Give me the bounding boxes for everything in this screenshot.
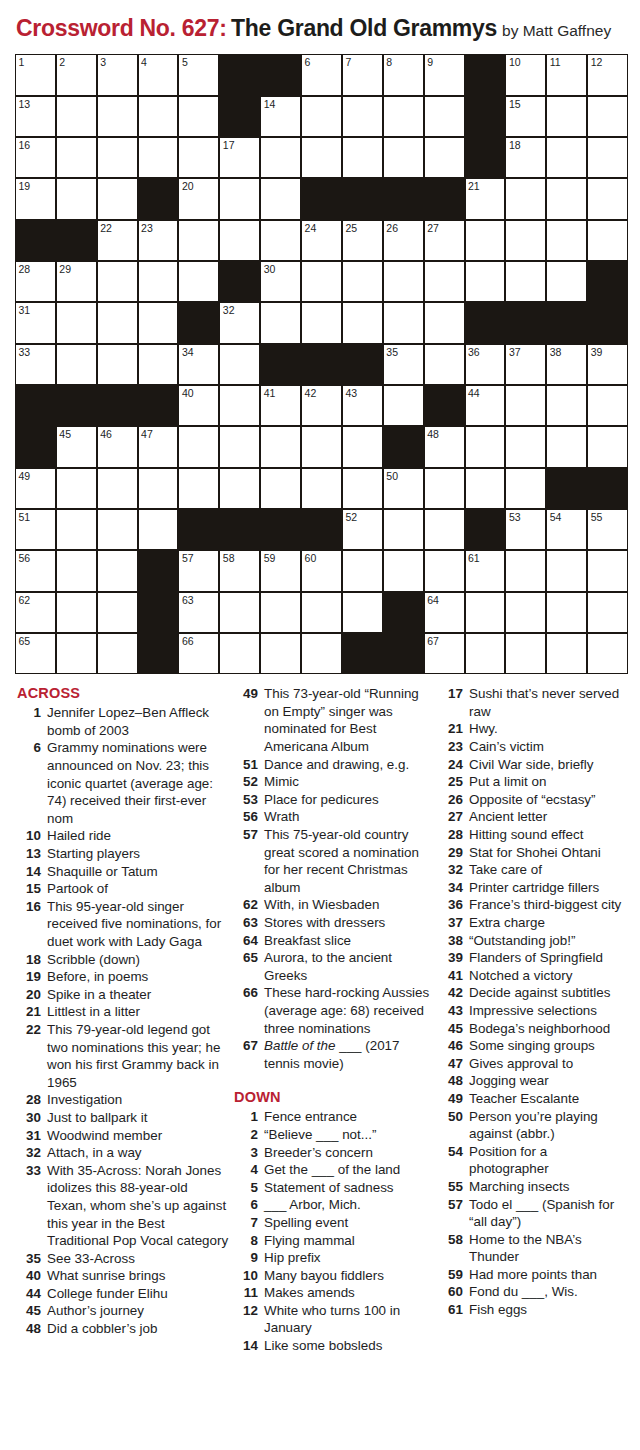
white-cell[interactable] <box>261 303 300 342</box>
clue-text: Take care of <box>469 861 628 879</box>
white-cell[interactable]: 49 <box>16 469 55 508</box>
cell-number: 37 <box>509 346 521 358</box>
cell-number: 14 <box>264 98 276 110</box>
clue-text: Hitting sound effect <box>469 826 628 844</box>
white-cell[interactable]: 63 <box>179 593 218 632</box>
clue-text: Starting players <box>47 845 232 863</box>
white-cell[interactable] <box>506 593 545 632</box>
white-cell[interactable]: 26 <box>384 221 423 260</box>
white-cell[interactable] <box>179 97 218 136</box>
white-cell[interactable] <box>343 551 382 590</box>
white-cell[interactable] <box>506 634 545 673</box>
clue-text: What sunrise brings <box>47 1267 232 1285</box>
white-cell[interactable] <box>588 551 627 590</box>
white-cell[interactable]: 18 <box>506 138 545 177</box>
white-cell[interactable]: 12 <box>588 55 627 94</box>
white-cell[interactable] <box>57 551 96 590</box>
white-cell[interactable]: 6 <box>302 55 341 94</box>
white-cell[interactable] <box>343 427 382 466</box>
clue-number: 46 <box>437 1037 469 1055</box>
clue-text: Statement of sadness <box>264 1179 437 1197</box>
white-cell[interactable] <box>425 510 464 549</box>
white-cell[interactable] <box>588 386 627 425</box>
puzzle-name-title: The Grand Old Grammys <box>231 15 497 41</box>
white-cell[interactable] <box>384 97 423 136</box>
clue-37-down: 37Extra charge <box>437 914 628 932</box>
white-cell[interactable] <box>220 386 259 425</box>
white-cell[interactable] <box>261 138 300 177</box>
clue-38-down: 38“Outstanding job!” <box>437 932 628 950</box>
clue-26-down: 26Opposite of “ecstasy” <box>437 791 628 809</box>
white-cell[interactable]: 1 <box>16 55 55 94</box>
clue-text: Woodwind member <box>47 1127 232 1145</box>
white-cell[interactable] <box>98 469 137 508</box>
white-cell[interactable]: 28 <box>16 262 55 301</box>
white-cell[interactable]: 37 <box>506 345 545 384</box>
white-cell[interactable] <box>506 427 545 466</box>
white-cell[interactable]: 20 <box>179 179 218 218</box>
cell-number: 47 <box>141 428 153 440</box>
clue-text: Get the ___ of the land <box>264 1161 437 1179</box>
white-cell[interactable]: 34 <box>179 345 218 384</box>
cell-number: 21 <box>468 180 480 192</box>
white-cell[interactable] <box>179 427 218 466</box>
white-cell[interactable] <box>547 138 586 177</box>
white-cell[interactable]: 60 <box>302 551 341 590</box>
cell-number: 31 <box>19 304 31 316</box>
clue-text: Opposite of “ecstasy” <box>469 791 628 809</box>
clue-56-across: 56Wrath <box>232 808 437 826</box>
white-cell[interactable] <box>506 221 545 260</box>
white-cell[interactable] <box>547 551 586 590</box>
white-cell[interactable] <box>98 138 137 177</box>
white-cell[interactable] <box>425 345 464 384</box>
white-cell[interactable] <box>98 303 137 342</box>
cell-number: 46 <box>100 428 112 440</box>
white-cell[interactable] <box>220 469 259 508</box>
clue-45-across: 45Author’s journey <box>15 1302 232 1320</box>
white-cell[interactable]: 10 <box>506 55 545 94</box>
cell-number: 13 <box>19 98 31 110</box>
white-cell[interactable] <box>384 303 423 342</box>
clue-text: Flying mammal <box>264 1232 437 1250</box>
black-cell <box>466 510 505 549</box>
white-cell[interactable] <box>98 97 137 136</box>
white-cell[interactable] <box>425 469 464 508</box>
white-cell[interactable] <box>220 345 259 384</box>
white-cell[interactable] <box>220 593 259 632</box>
white-cell[interactable]: 23 <box>139 221 178 260</box>
clue-number: 1 <box>232 1108 264 1126</box>
clue-text: Spike in a theater <box>47 986 232 1004</box>
black-cell <box>506 303 545 342</box>
clue-66-across: 66These hard-rocking Aussies (average ag… <box>232 984 437 1037</box>
clue-text: Many bayou fiddlers <box>264 1267 437 1285</box>
white-cell[interactable] <box>220 179 259 218</box>
white-cell[interactable]: 47 <box>139 427 178 466</box>
white-cell[interactable] <box>302 469 341 508</box>
clue-text: See 33-Across <box>47 1250 232 1268</box>
white-cell[interactable]: 27 <box>425 221 464 260</box>
white-cell[interactable]: 46 <box>98 427 137 466</box>
white-cell[interactable] <box>139 262 178 301</box>
white-cell[interactable]: 4 <box>139 55 178 94</box>
clue-text: Todo el ___ (Spanish for “all day”) <box>469 1196 628 1231</box>
white-cell[interactable]: 44 <box>466 386 505 425</box>
white-cell[interactable] <box>547 221 586 260</box>
clue-14-down: 14Like some bobsleds <box>232 1337 437 1355</box>
white-cell[interactable] <box>302 593 341 632</box>
clue-number: 49 <box>437 1090 469 1108</box>
cell-number: 12 <box>591 56 603 68</box>
clue-32-across: 32Attach, in a way <box>15 1144 232 1162</box>
white-cell[interactable] <box>547 427 586 466</box>
white-cell[interactable]: 41 <box>261 386 300 425</box>
white-cell[interactable] <box>506 551 545 590</box>
clue-text: This 75-year-old country great scored a … <box>264 826 437 896</box>
white-cell[interactable]: 53 <box>506 510 545 549</box>
black-cell <box>179 303 218 342</box>
white-cell[interactable]: 57 <box>179 551 218 590</box>
white-cell[interactable] <box>98 179 137 218</box>
clue-number: 31 <box>15 1127 47 1145</box>
clue-60-down: 60Fond du ___, Wis. <box>437 1283 628 1301</box>
white-cell[interactable] <box>547 386 586 425</box>
white-cell[interactable] <box>343 262 382 301</box>
puzzle-number-title: Crossword No. 627: <box>16 15 227 41</box>
white-cell[interactable] <box>588 593 627 632</box>
white-cell[interactable] <box>547 97 586 136</box>
clue-number: 58 <box>437 1231 469 1266</box>
black-cell <box>547 469 586 508</box>
white-cell[interactable] <box>302 97 341 136</box>
white-cell[interactable] <box>466 221 505 260</box>
white-cell[interactable] <box>343 469 382 508</box>
white-cell[interactable]: 56 <box>16 551 55 590</box>
clue-number: 5 <box>232 1179 264 1197</box>
clue-51-across: 51Dance and drawing, e.g. <box>232 756 437 774</box>
clue-27-down: 27Ancient letter <box>437 808 628 826</box>
white-cell[interactable] <box>261 634 300 673</box>
white-cell[interactable] <box>343 303 382 342</box>
clue-text: Teacher Escalante <box>469 1090 628 1108</box>
clue-number: 3 <box>232 1144 264 1162</box>
white-cell[interactable] <box>98 593 137 632</box>
white-cell[interactable] <box>98 262 137 301</box>
white-cell[interactable] <box>302 427 341 466</box>
white-cell[interactable]: 11 <box>547 55 586 94</box>
clue-column-1: ACROSS1Jennifer Lopez–Ben Affleck bomb o… <box>15 685 232 1337</box>
white-cell[interactable] <box>179 469 218 508</box>
clue-number: 8 <box>232 1232 264 1250</box>
white-cell[interactable] <box>261 469 300 508</box>
white-cell[interactable]: 62 <box>16 593 55 632</box>
white-cell[interactable]: 67 <box>425 634 464 673</box>
white-cell[interactable] <box>139 138 178 177</box>
white-cell[interactable]: 22 <box>98 221 137 260</box>
white-cell[interactable]: 40 <box>179 386 218 425</box>
clue-text: College funder Elihu <box>47 1285 232 1303</box>
white-cell[interactable] <box>466 469 505 508</box>
white-cell[interactable] <box>547 634 586 673</box>
clue-text: Aurora, to the ancient Greeks <box>264 949 437 984</box>
white-cell[interactable] <box>57 303 96 342</box>
white-cell[interactable] <box>139 345 178 384</box>
white-cell[interactable] <box>220 634 259 673</box>
clue-42-down: 42Decide against subtitles <box>437 984 628 1002</box>
white-cell[interactable] <box>139 469 178 508</box>
white-cell[interactable] <box>588 427 627 466</box>
white-cell[interactable]: 39 <box>588 345 627 384</box>
white-cell[interactable]: 64 <box>425 593 464 632</box>
white-cell[interactable] <box>57 469 96 508</box>
white-cell[interactable]: 17 <box>220 138 259 177</box>
white-cell[interactable]: 36 <box>466 345 505 384</box>
white-cell[interactable] <box>588 97 627 136</box>
white-cell[interactable]: 65 <box>16 634 55 673</box>
white-cell[interactable] <box>547 262 586 301</box>
clue-58-down: 58Home to the NBA’s Thunder <box>437 1231 628 1266</box>
clue-text: Littlest in a litter <box>47 1003 232 1021</box>
white-cell[interactable] <box>425 303 464 342</box>
white-cell[interactable]: 38 <box>547 345 586 384</box>
white-cell[interactable] <box>98 634 137 673</box>
white-cell[interactable] <box>302 634 341 673</box>
white-cell[interactable] <box>57 179 96 218</box>
page-title: Crossword No. 627: The Grand Old Grammys… <box>16 16 628 41</box>
white-cell[interactable] <box>179 262 218 301</box>
clue-30-across: 30Just to ballpark it <box>15 1109 232 1127</box>
clue-column-3: 17Sushi that’s never served raw21Hwy.23C… <box>437 685 628 1318</box>
clue-31-across: 31Woodwind member <box>15 1127 232 1145</box>
cell-number: 17 <box>223 139 235 151</box>
white-cell[interactable]: 5 <box>179 55 218 94</box>
white-cell[interactable]: 32 <box>220 303 259 342</box>
white-cell[interactable]: 43 <box>343 386 382 425</box>
white-cell[interactable] <box>506 469 545 508</box>
white-cell[interactable]: 8 <box>384 55 423 94</box>
clue-number: 9 <box>232 1249 264 1267</box>
clue-number: 52 <box>232 773 264 791</box>
white-cell[interactable] <box>139 97 178 136</box>
white-cell[interactable] <box>139 303 178 342</box>
white-cell[interactable] <box>220 221 259 260</box>
clue-40-across: 40What sunrise brings <box>15 1267 232 1285</box>
clue-number: 40 <box>15 1267 47 1285</box>
clue-text: Had more points than <box>469 1266 628 1284</box>
clue-text: Gives approval to <box>469 1055 628 1073</box>
clue-29-down: 29Stat for Shohei Ohtani <box>437 844 628 862</box>
cell-number: 54 <box>550 511 562 523</box>
clue-number: 2 <box>232 1126 264 1144</box>
clue-text: Position for a photographer <box>469 1143 628 1178</box>
clue-text: Fence entrance <box>264 1108 437 1126</box>
clue-number: 19 <box>15 968 47 986</box>
white-cell[interactable] <box>384 551 423 590</box>
clue-text: Before, in poems <box>47 968 232 986</box>
white-cell[interactable]: 33 <box>16 345 55 384</box>
white-cell[interactable] <box>384 138 423 177</box>
white-cell[interactable] <box>425 262 464 301</box>
clue-text: With 35-Across: Norah Jones idolizes thi… <box>47 1162 232 1250</box>
clue-61-down: 61Fish eggs <box>437 1301 628 1319</box>
white-cell[interactable]: 58 <box>220 551 259 590</box>
white-cell[interactable] <box>139 510 178 549</box>
clue-number: 38 <box>437 932 469 950</box>
white-cell[interactable] <box>302 303 341 342</box>
white-cell[interactable]: 55 <box>588 510 627 549</box>
white-cell[interactable] <box>506 179 545 218</box>
clue-21-across: 21Littlest in a litter <box>15 1003 232 1021</box>
white-cell[interactable]: 29 <box>57 262 96 301</box>
clue-16-across: 16This 95-year-old singer received five … <box>15 898 232 951</box>
clue-number: 20 <box>15 986 47 1004</box>
white-cell[interactable] <box>466 593 505 632</box>
black-cell <box>220 510 259 549</box>
white-cell[interactable]: 7 <box>343 55 382 94</box>
white-cell[interactable]: 25 <box>343 221 382 260</box>
black-cell <box>139 593 178 632</box>
clue-7-down: 7Spelling event <box>232 1214 437 1232</box>
white-cell[interactable] <box>343 593 382 632</box>
white-cell[interactable] <box>98 551 137 590</box>
black-cell <box>425 179 464 218</box>
crossword-grid: 1234567891011121314151617181920212223242… <box>15 54 628 674</box>
white-cell[interactable]: 48 <box>425 427 464 466</box>
clue-48-down: 48Jogging wear <box>437 1072 628 1090</box>
clue-4-down: 4Get the ___ of the land <box>232 1161 437 1179</box>
clue-text: Wrath <box>264 808 437 826</box>
white-cell[interactable]: 16 <box>16 138 55 177</box>
white-cell[interactable] <box>384 386 423 425</box>
cell-number: 27 <box>427 222 439 234</box>
white-cell[interactable] <box>588 138 627 177</box>
white-cell[interactable] <box>384 262 423 301</box>
clue-46-down: 46Some singing groups <box>437 1037 628 1055</box>
clue-text: Jennifer Lopez–Ben Affleck bomb of 2003 <box>47 704 232 739</box>
white-cell[interactable]: 15 <box>506 97 545 136</box>
white-cell[interactable] <box>179 221 218 260</box>
white-cell[interactable]: 24 <box>302 221 341 260</box>
white-cell[interactable]: 54 <box>547 510 586 549</box>
white-cell[interactable]: 19 <box>16 179 55 218</box>
white-cell[interactable] <box>57 510 96 549</box>
white-cell[interactable]: 59 <box>261 551 300 590</box>
cell-number: 58 <box>223 552 235 564</box>
white-cell[interactable]: 21 <box>466 179 505 218</box>
clue-text: Ancient letter <box>469 808 628 826</box>
white-cell[interactable]: 9 <box>425 55 464 94</box>
clue-number: 57 <box>232 826 264 896</box>
white-cell[interactable] <box>588 179 627 218</box>
white-cell[interactable] <box>179 138 218 177</box>
clue-text: Hwy. <box>469 720 628 738</box>
white-cell[interactable] <box>57 97 96 136</box>
cell-number: 30 <box>264 263 276 275</box>
white-cell[interactable] <box>547 593 586 632</box>
white-cell[interactable] <box>466 262 505 301</box>
white-cell[interactable] <box>588 634 627 673</box>
clue-57-across: 57This 75-year-old country great scored … <box>232 826 437 896</box>
white-cell[interactable]: 45 <box>57 427 96 466</box>
clue-45-down: 45Bodega’s neighborhood <box>437 1020 628 1038</box>
white-cell[interactable] <box>57 345 96 384</box>
white-cell[interactable] <box>425 138 464 177</box>
black-cell <box>98 386 137 425</box>
white-cell[interactable]: 50 <box>384 469 423 508</box>
clue-text: Printer cartridge fillers <box>469 879 628 897</box>
clue-text: Grammy nominations were announced on Nov… <box>47 739 232 827</box>
clue-62-across: 62With, in Wiesbaden <box>232 896 437 914</box>
white-cell[interactable] <box>57 138 96 177</box>
white-cell[interactable] <box>343 97 382 136</box>
white-cell[interactable]: 52 <box>343 510 382 549</box>
white-cell[interactable]: 3 <box>98 55 137 94</box>
white-cell[interactable] <box>466 427 505 466</box>
clue-number: 16 <box>15 898 47 951</box>
white-cell[interactable] <box>506 262 545 301</box>
white-cell[interactable] <box>506 386 545 425</box>
clue-text: Did a cobbler’s job <box>47 1320 232 1338</box>
white-cell[interactable] <box>261 427 300 466</box>
clue-39-down: 39Flanders of Springfield <box>437 949 628 967</box>
clue-13-across: 13Starting players <box>15 845 232 863</box>
clue-number: 7 <box>232 1214 264 1232</box>
white-cell[interactable]: 2 <box>57 55 96 94</box>
cell-number: 26 <box>386 222 398 234</box>
white-cell[interactable] <box>220 427 259 466</box>
clue-number: 45 <box>15 1302 47 1320</box>
white-cell[interactable] <box>384 510 423 549</box>
black-cell <box>384 634 423 673</box>
clue-number: 28 <box>15 1091 47 1109</box>
white-cell[interactable]: 61 <box>466 551 505 590</box>
clue-64-across: 64Breakfast slice <box>232 932 437 950</box>
white-cell[interactable] <box>57 634 96 673</box>
white-cell[interactable] <box>466 634 505 673</box>
clue-number: 32 <box>437 861 469 879</box>
white-cell[interactable]: 30 <box>261 262 300 301</box>
white-cell[interactable] <box>547 179 586 218</box>
white-cell[interactable] <box>588 221 627 260</box>
white-cell[interactable] <box>302 138 341 177</box>
white-cell[interactable]: 31 <box>16 303 55 342</box>
white-cell[interactable] <box>261 593 300 632</box>
white-cell[interactable] <box>98 345 137 384</box>
white-cell[interactable] <box>425 97 464 136</box>
white-cell[interactable]: 35 <box>384 345 423 384</box>
white-cell[interactable] <box>261 221 300 260</box>
white-cell[interactable] <box>425 551 464 590</box>
white-cell[interactable] <box>261 179 300 218</box>
white-cell[interactable]: 14 <box>261 97 300 136</box>
white-cell[interactable]: 13 <box>16 97 55 136</box>
white-cell[interactable] <box>343 138 382 177</box>
white-cell[interactable]: 51 <box>16 510 55 549</box>
white-cell[interactable]: 66 <box>179 634 218 673</box>
white-cell[interactable] <box>57 593 96 632</box>
white-cell[interactable] <box>302 262 341 301</box>
clue-35-across: 35See 33-Across <box>15 1250 232 1268</box>
black-cell <box>261 345 300 384</box>
cell-number: 22 <box>100 222 112 234</box>
clue-number: 47 <box>437 1055 469 1073</box>
clue-number: 62 <box>232 896 264 914</box>
black-cell <box>261 510 300 549</box>
white-cell[interactable]: 42 <box>302 386 341 425</box>
clue-text: France’s third-biggest city <box>469 896 628 914</box>
white-cell[interactable] <box>98 510 137 549</box>
